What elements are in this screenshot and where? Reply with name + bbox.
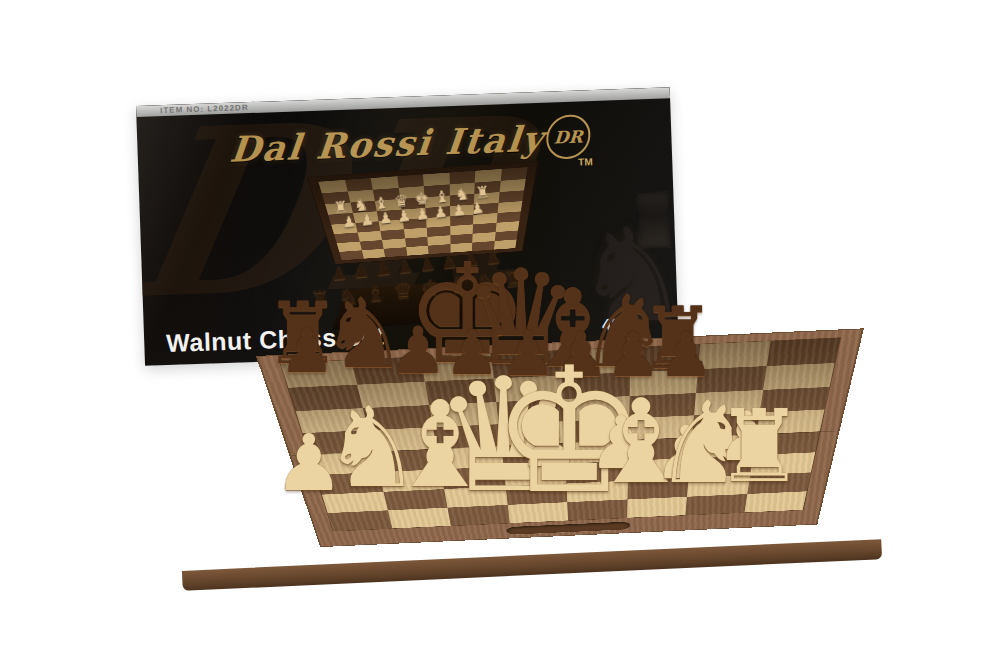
board-square xyxy=(493,375,562,402)
board-square xyxy=(698,341,770,369)
board-square xyxy=(437,446,503,469)
board-square xyxy=(490,351,561,379)
board-square xyxy=(362,405,433,430)
board-square xyxy=(561,372,629,399)
board-square xyxy=(496,399,564,424)
board-square xyxy=(328,510,392,531)
board-square xyxy=(296,408,368,433)
board-square xyxy=(303,430,374,454)
board-square xyxy=(378,469,444,491)
board-square xyxy=(420,354,493,382)
board-square xyxy=(560,347,630,375)
board-square xyxy=(629,393,696,419)
board-square xyxy=(368,427,437,451)
board-square xyxy=(694,390,763,416)
board-square xyxy=(429,402,498,427)
board-square xyxy=(685,494,746,515)
board-square xyxy=(498,421,564,445)
board-square xyxy=(744,491,807,512)
board-square xyxy=(763,363,835,390)
box-printed-chess-photo: ♜♞♝♛♚♝♞♜♟♟♟♟♟♟♟♟♟♟♟♟♟♟♟♟♜♞♝♛♚♝♞♜ xyxy=(262,142,575,352)
board-square xyxy=(309,452,378,475)
board-square xyxy=(692,413,759,438)
board-square xyxy=(627,497,687,518)
board-square xyxy=(696,366,766,393)
walnut-chess-board xyxy=(258,329,861,546)
board-square xyxy=(628,437,692,461)
board-square xyxy=(281,360,357,388)
board-square xyxy=(357,381,429,407)
board-square xyxy=(567,500,627,521)
board-square xyxy=(388,508,451,529)
board-squares xyxy=(281,338,840,531)
board-square xyxy=(351,357,425,385)
board-square xyxy=(629,369,698,396)
board-square xyxy=(425,378,496,405)
board-square xyxy=(447,505,509,526)
finger-groove-handle xyxy=(506,522,630,535)
product-photo-stage: DR ITEM NO: L2022DR Dal Rossi Italy DR T… xyxy=(0,0,1000,666)
board-square xyxy=(288,385,362,411)
board-square xyxy=(628,415,694,440)
board-square xyxy=(563,396,630,422)
board-square xyxy=(759,387,829,413)
board-square xyxy=(565,440,629,464)
board-square xyxy=(766,338,840,366)
board-square xyxy=(373,449,440,472)
board-square xyxy=(630,344,700,372)
board-square xyxy=(507,502,568,523)
board-square xyxy=(433,424,501,448)
board-square xyxy=(441,466,506,488)
board-square xyxy=(756,410,825,435)
board-square xyxy=(501,443,566,466)
board-square xyxy=(564,418,629,443)
